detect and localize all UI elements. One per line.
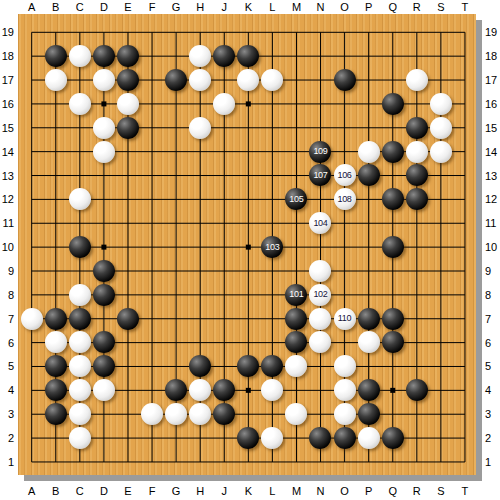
stone-black[interactable]: 101 <box>285 284 307 306</box>
coord-label-top-K: K <box>245 1 252 13</box>
stone-white[interactable] <box>406 69 428 91</box>
stone-black[interactable] <box>213 379 235 401</box>
stone-black[interactable] <box>309 427 331 449</box>
stone-white[interactable] <box>334 355 356 377</box>
stone-black[interactable] <box>358 379 380 401</box>
stone-black[interactable] <box>165 379 187 401</box>
stone-white[interactable] <box>141 403 163 425</box>
coord-label-bottom-K: K <box>245 485 252 497</box>
stone-black[interactable] <box>382 141 404 163</box>
stone-white[interactable] <box>430 117 452 139</box>
coord-label-top-E: E <box>124 1 131 13</box>
coord-label-top-T: T <box>462 1 469 13</box>
coord-label-top-A: A <box>28 1 35 13</box>
stone-black[interactable] <box>406 379 428 401</box>
coord-label-right-7: 7 <box>485 313 500 325</box>
stone-black[interactable] <box>93 355 115 377</box>
stone-black[interactable] <box>69 308 91 330</box>
coord-label-left-19: 19 <box>0 26 14 38</box>
stone-white[interactable] <box>69 284 91 306</box>
stone-black[interactable] <box>406 117 428 139</box>
stone-black[interactable] <box>189 355 211 377</box>
move-number-label: 102 <box>313 290 327 299</box>
coord-label-top-B: B <box>52 1 59 13</box>
stone-black[interactable] <box>285 331 307 353</box>
coord-label-right-3: 3 <box>485 408 500 420</box>
stone-black[interactable] <box>334 69 356 91</box>
coord-label-top-C: C <box>76 1 84 13</box>
stone-black[interactable] <box>93 45 115 67</box>
stone-black[interactable] <box>382 188 404 210</box>
coord-label-bottom-M: M <box>292 485 301 497</box>
move-number-label: 110 <box>338 314 351 323</box>
coord-label-bottom-C: C <box>76 485 84 497</box>
stone-black[interactable] <box>165 69 187 91</box>
coord-label-left-13: 13 <box>0 170 14 182</box>
stone-white[interactable] <box>358 427 380 449</box>
coord-label-right-13: 13 <box>485 170 500 182</box>
coord-label-bottom-G: G <box>172 485 181 497</box>
coord-label-right-1: 1 <box>485 456 500 468</box>
stone-white[interactable]: 102 <box>309 284 331 306</box>
stone-white[interactable] <box>69 45 91 67</box>
stone-black[interactable] <box>45 308 67 330</box>
coord-label-left-3: 3 <box>0 408 14 420</box>
coord-label-right-12: 12 <box>485 193 500 205</box>
stone-black[interactable] <box>45 355 67 377</box>
stone-white[interactable] <box>189 403 211 425</box>
stone-black[interactable] <box>334 427 356 449</box>
stone-black[interactable]: 105 <box>285 188 307 210</box>
coord-label-right-8: 8 <box>485 289 500 301</box>
coord-label-right-19: 19 <box>485 26 500 38</box>
coord-label-bottom-J: J <box>222 485 228 497</box>
stone-white[interactable] <box>189 379 211 401</box>
coord-label-top-Q: Q <box>388 1 397 13</box>
stone-black[interactable] <box>69 236 91 258</box>
coord-label-right-15: 15 <box>485 122 500 134</box>
stone-black[interactable] <box>93 284 115 306</box>
coord-label-left-18: 18 <box>0 50 14 62</box>
stone-white[interactable] <box>69 379 91 401</box>
coord-label-top-H: H <box>196 1 204 13</box>
stone-white[interactable] <box>309 308 331 330</box>
stone-white[interactable] <box>69 93 91 115</box>
coord-label-bottom-P: P <box>365 485 372 497</box>
coord-label-top-S: S <box>437 1 444 13</box>
coord-label-right-17: 17 <box>485 74 500 86</box>
stone-white[interactable]: 106 <box>334 164 356 186</box>
stone-black[interactable] <box>93 260 115 282</box>
stone-black[interactable] <box>406 188 428 210</box>
stone-white[interactable] <box>93 379 115 401</box>
stone-white[interactable]: 110 <box>334 308 356 330</box>
coord-label-bottom-T: T <box>462 485 469 497</box>
stone-white[interactable] <box>213 93 235 115</box>
coord-label-left-17: 17 <box>0 74 14 86</box>
coord-label-bottom-A: A <box>28 485 35 497</box>
stone-white[interactable] <box>45 331 67 353</box>
coord-label-bottom-R: R <box>413 485 421 497</box>
coord-label-left-11: 11 <box>0 217 14 229</box>
stone-white[interactable] <box>189 117 211 139</box>
coord-label-left-8: 8 <box>0 289 14 301</box>
coord-label-right-4: 4 <box>485 384 500 396</box>
coord-label-top-P: P <box>365 1 372 13</box>
stone-white[interactable] <box>189 69 211 91</box>
stone-black[interactable] <box>45 45 67 67</box>
move-number-label: 108 <box>337 195 351 204</box>
coord-label-bottom-B: B <box>52 485 59 497</box>
coord-label-top-M: M <box>292 1 301 13</box>
coord-label-top-D: D <box>100 1 108 13</box>
coord-label-right-18: 18 <box>485 50 500 62</box>
stone-black[interactable]: 103 <box>261 236 283 258</box>
stone-white[interactable] <box>69 188 91 210</box>
stone-black[interactable] <box>382 236 404 258</box>
coord-label-bottom-H: H <box>196 485 204 497</box>
stone-black[interactable] <box>285 308 307 330</box>
coord-label-left-16: 16 <box>0 98 14 110</box>
coord-label-right-2: 2 <box>485 432 500 444</box>
coord-label-right-5: 5 <box>485 360 500 372</box>
stone-white[interactable] <box>309 331 331 353</box>
stone-black[interactable] <box>406 164 428 186</box>
stone-white[interactable] <box>309 260 331 282</box>
move-number-label: 106 <box>337 171 351 180</box>
stone-black[interactable] <box>358 403 380 425</box>
stone-white[interactable] <box>69 355 91 377</box>
coord-label-top-G: G <box>172 1 181 13</box>
coord-label-right-16: 16 <box>485 98 500 110</box>
go-game-viewer: 109107106105108104103101102110 AABBCCDDE… <box>0 0 500 500</box>
stone-white[interactable] <box>93 141 115 163</box>
move-number-label: 101 <box>289 290 303 299</box>
move-number-label: 104 <box>313 219 327 228</box>
stone-black[interactable] <box>213 403 235 425</box>
stone-black[interactable]: 107 <box>309 164 331 186</box>
coord-label-left-4: 4 <box>0 384 14 396</box>
stone-white[interactable] <box>285 403 307 425</box>
stone-black[interactable] <box>45 379 67 401</box>
stone-black[interactable] <box>237 427 259 449</box>
stone-black[interactable] <box>358 308 380 330</box>
stone-white[interactable] <box>334 403 356 425</box>
stone-black[interactable] <box>382 331 404 353</box>
stone-white[interactable] <box>69 331 91 353</box>
coord-label-left-12: 12 <box>0 193 14 205</box>
coord-label-top-R: R <box>413 1 421 13</box>
stone-white[interactable] <box>237 69 259 91</box>
stone-black[interactable] <box>237 355 259 377</box>
coord-label-top-F: F <box>149 1 156 13</box>
stone-black[interactable] <box>358 164 380 186</box>
stone-black[interactable] <box>261 355 283 377</box>
coord-label-right-10: 10 <box>485 241 500 253</box>
stone-white[interactable] <box>406 141 428 163</box>
stones-layer: 109107106105108104103101102110 <box>20 20 477 473</box>
stone-white[interactable] <box>69 403 91 425</box>
stone-white[interactable]: 108 <box>334 188 356 210</box>
coord-label-bottom-D: D <box>100 485 108 497</box>
coord-label-right-9: 9 <box>485 265 500 277</box>
move-number-label: 103 <box>265 243 279 252</box>
coord-label-left-10: 10 <box>0 241 14 253</box>
coord-label-top-L: L <box>269 1 275 13</box>
coord-label-left-7: 7 <box>0 313 14 325</box>
stone-white[interactable] <box>358 331 380 353</box>
coord-label-left-2: 2 <box>0 432 14 444</box>
stone-white[interactable] <box>430 141 452 163</box>
stone-white[interactable] <box>189 45 211 67</box>
coord-label-left-6: 6 <box>0 337 14 349</box>
stone-black[interactable] <box>382 93 404 115</box>
coord-label-bottom-O: O <box>340 485 349 497</box>
stone-white[interactable] <box>261 379 283 401</box>
stone-black[interactable] <box>382 427 404 449</box>
coord-label-bottom-E: E <box>124 485 131 497</box>
coord-label-bottom-N: N <box>317 485 325 497</box>
stone-black[interactable] <box>382 308 404 330</box>
stone-white[interactable] <box>69 427 91 449</box>
stone-black[interactable] <box>213 45 235 67</box>
coord-label-left-9: 9 <box>0 265 14 277</box>
stone-white[interactable] <box>93 69 115 91</box>
coord-label-left-14: 14 <box>0 146 14 158</box>
coord-label-bottom-Q: Q <box>388 485 397 497</box>
go-board[interactable]: 109107106105108104103101102110 <box>18 14 476 475</box>
coord-label-left-1: 1 <box>0 456 14 468</box>
stone-black[interactable] <box>237 45 259 67</box>
coord-label-bottom-F: F <box>149 485 156 497</box>
coord-label-bottom-L: L <box>269 485 275 497</box>
move-number-label: 107 <box>313 171 327 180</box>
stone-black[interactable] <box>93 331 115 353</box>
stone-white[interactable] <box>261 427 283 449</box>
stone-black[interactable]: 109 <box>309 141 331 163</box>
stone-black[interactable] <box>117 308 139 330</box>
coord-label-top-N: N <box>317 1 325 13</box>
coord-label-left-15: 15 <box>0 122 14 134</box>
stone-white[interactable] <box>261 69 283 91</box>
stone-white[interactable] <box>165 403 187 425</box>
stone-black[interactable] <box>45 403 67 425</box>
stone-white[interactable] <box>358 141 380 163</box>
stone-white[interactable] <box>21 308 43 330</box>
coord-label-bottom-S: S <box>437 485 444 497</box>
coord-label-top-O: O <box>340 1 349 13</box>
stone-white[interactable] <box>117 93 139 115</box>
stone-white[interactable] <box>430 93 452 115</box>
coord-label-right-11: 11 <box>485 217 500 229</box>
coord-label-right-6: 6 <box>485 337 500 349</box>
stone-black[interactable] <box>117 69 139 91</box>
stone-white[interactable] <box>93 117 115 139</box>
stone-black[interactable] <box>117 45 139 67</box>
move-number-label: 105 <box>289 195 303 204</box>
coord-label-left-5: 5 <box>0 360 14 372</box>
stone-black[interactable] <box>117 117 139 139</box>
coord-label-right-14: 14 <box>485 146 500 158</box>
stone-white[interactable]: 104 <box>309 212 331 234</box>
stone-white[interactable] <box>45 69 67 91</box>
stone-white[interactable] <box>334 379 356 401</box>
move-number-label: 109 <box>313 147 327 156</box>
coord-label-top-J: J <box>222 1 228 13</box>
stone-white[interactable] <box>285 355 307 377</box>
